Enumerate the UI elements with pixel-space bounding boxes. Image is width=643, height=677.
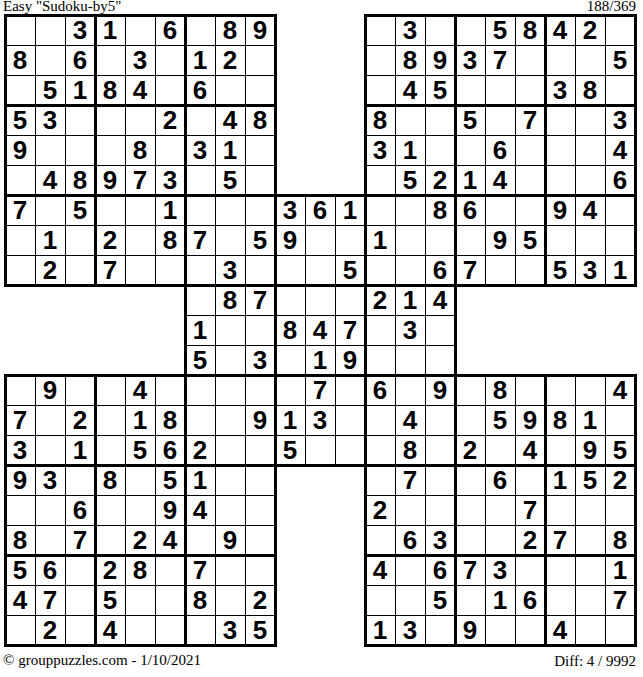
- cell-r5c7[interactable]: 3: [185, 135, 215, 165]
- cell-r12c7[interactable]: 5: [185, 345, 215, 375]
- cell-r7c18[interactable]: [515, 195, 545, 225]
- cell-r15c4[interactable]: [95, 435, 125, 465]
- cell-r17c3[interactable]: 6: [65, 495, 95, 525]
- cell-r8c14[interactable]: [395, 225, 425, 255]
- cell-r4c4[interactable]: [95, 105, 125, 135]
- cell-r15c18[interactable]: 4: [515, 435, 545, 465]
- cell-r13c9[interactable]: [245, 375, 275, 405]
- cell-r18c18[interactable]: 2: [515, 525, 545, 555]
- cell-r6c1[interactable]: [5, 165, 35, 195]
- cell-r7c9[interactable]: [245, 195, 275, 225]
- cell-r13c10[interactable]: [275, 375, 305, 405]
- cell-r1c15[interactable]: [425, 15, 455, 45]
- cell-r9c13[interactable]: [365, 255, 395, 285]
- cell-r14c12[interactable]: [335, 405, 365, 435]
- cell-r2c16[interactable]: 3: [455, 45, 485, 75]
- cell-r19c4[interactable]: 2: [95, 555, 125, 585]
- cell-r20c1[interactable]: 4: [5, 585, 35, 615]
- cell-r13c2[interactable]: 9: [35, 375, 65, 405]
- cell-r6c6[interactable]: 3: [155, 165, 185, 195]
- cell-r7c6[interactable]: 1: [155, 195, 185, 225]
- cell-r7c3[interactable]: 5: [65, 195, 95, 225]
- cell-r6c13[interactable]: [365, 165, 395, 195]
- cell-r2c5[interactable]: 3: [125, 45, 155, 75]
- cell-r19c16[interactable]: 7: [455, 555, 485, 585]
- cell-r19c1[interactable]: 5: [5, 555, 35, 585]
- cell-r12c11[interactable]: 1: [305, 345, 335, 375]
- cell-r3c5[interactable]: 4: [125, 75, 155, 105]
- cell-r19c17[interactable]: 3: [485, 555, 515, 585]
- cell-r7c16[interactable]: 6: [455, 195, 485, 225]
- cell-r20c9[interactable]: 2: [245, 585, 275, 615]
- cell-r18c9[interactable]: [245, 525, 275, 555]
- cell-r12c14[interactable]: [395, 345, 425, 375]
- cell-r18c19[interactable]: 7: [545, 525, 575, 555]
- cell-r13c6[interactable]: [155, 375, 185, 405]
- cell-r9c14[interactable]: [395, 255, 425, 285]
- cell-r5c6[interactable]: [155, 135, 185, 165]
- cell-r9c16[interactable]: 7: [455, 255, 485, 285]
- cell-r11c15[interactable]: [425, 315, 455, 345]
- cell-r3c17[interactable]: [485, 75, 515, 105]
- cell-r5c16[interactable]: [455, 135, 485, 165]
- cell-r20c18[interactable]: 6: [515, 585, 545, 615]
- cell-r15c14[interactable]: 8: [395, 435, 425, 465]
- cell-r18c1[interactable]: 8: [5, 525, 35, 555]
- cell-r6c19[interactable]: [545, 165, 575, 195]
- cell-r17c14[interactable]: [395, 495, 425, 525]
- cell-r3c4[interactable]: 8: [95, 75, 125, 105]
- cell-r16c13[interactable]: [365, 465, 395, 495]
- cell-r6c5[interactable]: 7: [125, 165, 155, 195]
- cell-r20c20[interactable]: [575, 585, 605, 615]
- cell-r16c14[interactable]: 7: [395, 465, 425, 495]
- cell-r5c17[interactable]: 6: [485, 135, 515, 165]
- cell-r20c21[interactable]: 7: [605, 585, 635, 615]
- cell-r19c3[interactable]: [65, 555, 95, 585]
- cell-r4c1[interactable]: 5: [5, 105, 35, 135]
- cell-r13c14[interactable]: [395, 375, 425, 405]
- cell-r3c18[interactable]: [515, 75, 545, 105]
- cell-r15c3[interactable]: 1: [65, 435, 95, 465]
- cell-r13c5[interactable]: 4: [125, 375, 155, 405]
- cell-r6c14[interactable]: 5: [395, 165, 425, 195]
- cell-r21c13[interactable]: 1: [365, 615, 395, 645]
- cell-r9c15[interactable]: 6: [425, 255, 455, 285]
- cell-r18c6[interactable]: 4: [155, 525, 185, 555]
- cell-r5c9[interactable]: [245, 135, 275, 165]
- cell-r16c6[interactable]: 5: [155, 465, 185, 495]
- cell-r9c2[interactable]: 2: [35, 255, 65, 285]
- cell-r10c14[interactable]: 1: [395, 285, 425, 315]
- cell-r9c10[interactable]: [275, 255, 305, 285]
- cell-r13c7[interactable]: [185, 375, 215, 405]
- cell-r5c4[interactable]: [95, 135, 125, 165]
- cell-r9c12[interactable]: 5: [335, 255, 365, 285]
- cell-r2c17[interactable]: 7: [485, 45, 515, 75]
- cell-r7c8[interactable]: [215, 195, 245, 225]
- cell-r21c3[interactable]: [65, 615, 95, 645]
- cell-r4c17[interactable]: [485, 105, 515, 135]
- cell-r7c13[interactable]: [365, 195, 395, 225]
- cell-r2c6[interactable]: [155, 45, 185, 75]
- cell-r4c9[interactable]: 8: [245, 105, 275, 135]
- cell-r14c7[interactable]: [185, 405, 215, 435]
- cell-r20c7[interactable]: 8: [185, 585, 215, 615]
- cell-r13c1[interactable]: [5, 375, 35, 405]
- cell-r15c15[interactable]: [425, 435, 455, 465]
- cell-r13c16[interactable]: [455, 375, 485, 405]
- cell-r13c15[interactable]: 9: [425, 375, 455, 405]
- cell-r8c3[interactable]: [65, 225, 95, 255]
- cell-r5c3[interactable]: [65, 135, 95, 165]
- cell-r9c3[interactable]: [65, 255, 95, 285]
- cell-r17c7[interactable]: 4: [185, 495, 215, 525]
- cell-r15c7[interactable]: 2: [185, 435, 215, 465]
- cell-r5c1[interactable]: 9: [5, 135, 35, 165]
- cell-r16c9[interactable]: [245, 465, 275, 495]
- cell-r15c21[interactable]: 5: [605, 435, 635, 465]
- cell-r2c20[interactable]: [575, 45, 605, 75]
- cell-r7c4[interactable]: [95, 195, 125, 225]
- cell-r18c21[interactable]: 8: [605, 525, 635, 555]
- cell-r11c11[interactable]: 4: [305, 315, 335, 345]
- cell-r8c11[interactable]: [305, 225, 335, 255]
- cell-r17c1[interactable]: [5, 495, 35, 525]
- cell-r5c14[interactable]: 1: [395, 135, 425, 165]
- cell-r20c8[interactable]: [215, 585, 245, 615]
- cell-r2c18[interactable]: [515, 45, 545, 75]
- cell-r10c11[interactable]: [305, 285, 335, 315]
- cell-r14c21[interactable]: [605, 405, 635, 435]
- cell-r2c19[interactable]: [545, 45, 575, 75]
- cell-r17c9[interactable]: [245, 495, 275, 525]
- cell-r11c8[interactable]: [215, 315, 245, 345]
- cell-r2c4[interactable]: [95, 45, 125, 75]
- cell-r1c19[interactable]: 4: [545, 15, 575, 45]
- cell-r1c18[interactable]: 8: [515, 15, 545, 45]
- cell-r12c12[interactable]: 9: [335, 345, 365, 375]
- cell-r11c14[interactable]: 3: [395, 315, 425, 345]
- cell-r3c2[interactable]: 5: [35, 75, 65, 105]
- cell-r4c16[interactable]: 5: [455, 105, 485, 135]
- cell-r5c18[interactable]: [515, 135, 545, 165]
- cell-r12c10[interactable]: [275, 345, 305, 375]
- cell-r21c2[interactable]: 2: [35, 615, 65, 645]
- cell-r14c13[interactable]: [365, 405, 395, 435]
- cell-r11c12[interactable]: 7: [335, 315, 365, 345]
- cell-r16c7[interactable]: 1: [185, 465, 215, 495]
- cell-r8c4[interactable]: 2: [95, 225, 125, 255]
- cell-r9c17[interactable]: [485, 255, 515, 285]
- cell-r6c16[interactable]: 1: [455, 165, 485, 195]
- cell-r8c19[interactable]: [545, 225, 575, 255]
- cell-r19c9[interactable]: [245, 555, 275, 585]
- cell-r8c15[interactable]: [425, 225, 455, 255]
- cell-r2c9[interactable]: [245, 45, 275, 75]
- cell-r5c2[interactable]: [35, 135, 65, 165]
- cell-r15c16[interactable]: 2: [455, 435, 485, 465]
- cell-r20c4[interactable]: 5: [95, 585, 125, 615]
- cell-r8c9[interactable]: 5: [245, 225, 275, 255]
- cell-r8c16[interactable]: [455, 225, 485, 255]
- cell-r9c7[interactable]: [185, 255, 215, 285]
- cell-r1c14[interactable]: 3: [395, 15, 425, 45]
- cell-r3c9[interactable]: [245, 75, 275, 105]
- cell-r12c8[interactable]: [215, 345, 245, 375]
- cell-r7c15[interactable]: 8: [425, 195, 455, 225]
- cell-r3c7[interactable]: 6: [185, 75, 215, 105]
- cell-r13c17[interactable]: 8: [485, 375, 515, 405]
- cell-r17c16[interactable]: [455, 495, 485, 525]
- cell-r15c1[interactable]: 3: [5, 435, 35, 465]
- cell-r15c2[interactable]: [35, 435, 65, 465]
- cell-r21c20[interactable]: [575, 615, 605, 645]
- cell-r8c7[interactable]: 7: [185, 225, 215, 255]
- cell-r7c7[interactable]: [185, 195, 215, 225]
- cell-r2c1[interactable]: 8: [5, 45, 35, 75]
- cell-r9c5[interactable]: [125, 255, 155, 285]
- cell-r14c19[interactable]: 8: [545, 405, 575, 435]
- cell-r2c13[interactable]: [365, 45, 395, 75]
- cell-r14c5[interactable]: 1: [125, 405, 155, 435]
- cell-r7c10[interactable]: 3: [275, 195, 305, 225]
- cell-r3c19[interactable]: 3: [545, 75, 575, 105]
- cell-r14c11[interactable]: 3: [305, 405, 335, 435]
- cell-r7c17[interactable]: [485, 195, 515, 225]
- cell-r14c20[interactable]: 1: [575, 405, 605, 435]
- cell-r6c7[interactable]: [185, 165, 215, 195]
- cell-r14c16[interactable]: [455, 405, 485, 435]
- cell-r3c3[interactable]: 1: [65, 75, 95, 105]
- cell-r1c13[interactable]: [365, 15, 395, 45]
- cell-r10c10[interactable]: [275, 285, 305, 315]
- cell-r9c9[interactable]: [245, 255, 275, 285]
- cell-r8c1[interactable]: [5, 225, 35, 255]
- cell-r12c9[interactable]: 3: [245, 345, 275, 375]
- cell-r13c3[interactable]: [65, 375, 95, 405]
- cell-r18c16[interactable]: [455, 525, 485, 555]
- cell-r20c5[interactable]: [125, 585, 155, 615]
- cell-r13c12[interactable]: [335, 375, 365, 405]
- cell-r19c15[interactable]: 6: [425, 555, 455, 585]
- cell-r3c1[interactable]: [5, 75, 35, 105]
- cell-r11c9[interactable]: [245, 315, 275, 345]
- cell-r14c14[interactable]: 4: [395, 405, 425, 435]
- cell-r1c21[interactable]: [605, 15, 635, 45]
- cell-r1c3[interactable]: 3: [65, 15, 95, 45]
- cell-r14c3[interactable]: 2: [65, 405, 95, 435]
- cell-r20c14[interactable]: [395, 585, 425, 615]
- cell-r6c17[interactable]: 4: [485, 165, 515, 195]
- cell-r15c6[interactable]: 6: [155, 435, 185, 465]
- cell-r17c2[interactable]: [35, 495, 65, 525]
- cell-r7c1[interactable]: 7: [5, 195, 35, 225]
- cell-r14c17[interactable]: 5: [485, 405, 515, 435]
- cell-r18c7[interactable]: [185, 525, 215, 555]
- cell-r14c10[interactable]: 1: [275, 405, 305, 435]
- cell-r8c17[interactable]: 9: [485, 225, 515, 255]
- cell-r19c18[interactable]: [515, 555, 545, 585]
- cell-r4c13[interactable]: 8: [365, 105, 395, 135]
- cell-r15c5[interactable]: 5: [125, 435, 155, 465]
- cell-r7c2[interactable]: [35, 195, 65, 225]
- cell-r18c15[interactable]: 3: [425, 525, 455, 555]
- cell-r6c4[interactable]: 9: [95, 165, 125, 195]
- cell-r3c8[interactable]: [215, 75, 245, 105]
- cell-r10c9[interactable]: 7: [245, 285, 275, 315]
- cell-r20c13[interactable]: [365, 585, 395, 615]
- cell-r21c16[interactable]: 9: [455, 615, 485, 645]
- cell-r9c6[interactable]: [155, 255, 185, 285]
- cell-r16c16[interactable]: [455, 465, 485, 495]
- cell-r15c8[interactable]: [215, 435, 245, 465]
- cell-r8c20[interactable]: [575, 225, 605, 255]
- cell-r18c17[interactable]: [485, 525, 515, 555]
- cell-r10c13[interactable]: 2: [365, 285, 395, 315]
- cell-r5c5[interactable]: 8: [125, 135, 155, 165]
- cell-r14c4[interactable]: [95, 405, 125, 435]
- cell-r21c14[interactable]: 3: [395, 615, 425, 645]
- cell-r3c13[interactable]: [365, 75, 395, 105]
- cell-r10c12[interactable]: [335, 285, 365, 315]
- cell-r6c20[interactable]: [575, 165, 605, 195]
- cell-r20c6[interactable]: [155, 585, 185, 615]
- cell-r5c21[interactable]: 4: [605, 135, 635, 165]
- cell-r9c8[interactable]: 3: [215, 255, 245, 285]
- cell-r18c8[interactable]: 9: [215, 525, 245, 555]
- cell-r21c19[interactable]: 4: [545, 615, 575, 645]
- cell-r8c6[interactable]: 8: [155, 225, 185, 255]
- cell-r14c8[interactable]: [215, 405, 245, 435]
- cell-r1c6[interactable]: 6: [155, 15, 185, 45]
- cell-r20c19[interactable]: [545, 585, 575, 615]
- cell-r4c21[interactable]: 3: [605, 105, 635, 135]
- cell-r1c17[interactable]: 5: [485, 15, 515, 45]
- cell-r6c15[interactable]: 2: [425, 165, 455, 195]
- cell-r17c15[interactable]: [425, 495, 455, 525]
- cell-r16c4[interactable]: 8: [95, 465, 125, 495]
- cell-r15c20[interactable]: 9: [575, 435, 605, 465]
- cell-r19c21[interactable]: 1: [605, 555, 635, 585]
- cell-r7c5[interactable]: [125, 195, 155, 225]
- cell-r10c15[interactable]: 4: [425, 285, 455, 315]
- cell-r12c13[interactable]: [365, 345, 395, 375]
- cell-r2c8[interactable]: 2: [215, 45, 245, 75]
- cell-r21c18[interactable]: [515, 615, 545, 645]
- cell-r1c8[interactable]: 8: [215, 15, 245, 45]
- cell-r13c19[interactable]: [545, 375, 575, 405]
- cell-r17c4[interactable]: [95, 495, 125, 525]
- cell-r14c2[interactable]: [35, 405, 65, 435]
- cell-r5c8[interactable]: 1: [215, 135, 245, 165]
- cell-r18c2[interactable]: [35, 525, 65, 555]
- cell-r9c11[interactable]: [305, 255, 335, 285]
- cell-r7c19[interactable]: 9: [545, 195, 575, 225]
- cell-r13c8[interactable]: [215, 375, 245, 405]
- cell-r18c3[interactable]: 7: [65, 525, 95, 555]
- cell-r14c9[interactable]: 9: [245, 405, 275, 435]
- cell-r11c10[interactable]: 8: [275, 315, 305, 345]
- cell-r7c21[interactable]: [605, 195, 635, 225]
- cell-r19c2[interactable]: 6: [35, 555, 65, 585]
- cell-r4c5[interactable]: [125, 105, 155, 135]
- cell-r1c1[interactable]: [5, 15, 35, 45]
- cell-r3c6[interactable]: [155, 75, 185, 105]
- cell-r20c3[interactable]: [65, 585, 95, 615]
- cell-r8c8[interactable]: [215, 225, 245, 255]
- cell-r16c3[interactable]: [65, 465, 95, 495]
- cell-r21c21[interactable]: [605, 615, 635, 645]
- cell-r17c13[interactable]: 2: [365, 495, 395, 525]
- cell-r19c7[interactable]: 7: [185, 555, 215, 585]
- cell-r19c20[interactable]: [575, 555, 605, 585]
- cell-r14c6[interactable]: 8: [155, 405, 185, 435]
- cell-r1c16[interactable]: [455, 15, 485, 45]
- cell-r2c2[interactable]: [35, 45, 65, 75]
- cell-r17c8[interactable]: [215, 495, 245, 525]
- cell-r4c6[interactable]: 2: [155, 105, 185, 135]
- cell-r1c9[interactable]: 9: [245, 15, 275, 45]
- cell-r6c2[interactable]: 4: [35, 165, 65, 195]
- cell-r8c12[interactable]: [335, 225, 365, 255]
- cell-r13c18[interactable]: [515, 375, 545, 405]
- cell-r1c5[interactable]: [125, 15, 155, 45]
- cell-r15c13[interactable]: [365, 435, 395, 465]
- cell-r6c9[interactable]: [245, 165, 275, 195]
- cell-r3c15[interactable]: 5: [425, 75, 455, 105]
- cell-r16c18[interactable]: [515, 465, 545, 495]
- cell-r21c9[interactable]: 5: [245, 615, 275, 645]
- cell-r2c14[interactable]: 8: [395, 45, 425, 75]
- cell-r21c1[interactable]: [5, 615, 35, 645]
- cell-r18c14[interactable]: 6: [395, 525, 425, 555]
- cell-r20c16[interactable]: [455, 585, 485, 615]
- cell-r15c17[interactable]: [485, 435, 515, 465]
- cell-r15c9[interactable]: [245, 435, 275, 465]
- cell-r16c15[interactable]: [425, 465, 455, 495]
- cell-r16c19[interactable]: 1: [545, 465, 575, 495]
- cell-r2c7[interactable]: 1: [185, 45, 215, 75]
- cell-r16c5[interactable]: [125, 465, 155, 495]
- cell-r3c21[interactable]: [605, 75, 635, 105]
- cell-r4c3[interactable]: [65, 105, 95, 135]
- cell-r1c4[interactable]: 1: [95, 15, 125, 45]
- cell-r9c20[interactable]: 3: [575, 255, 605, 285]
- cell-r19c13[interactable]: 4: [365, 555, 395, 585]
- cell-r17c17[interactable]: [485, 495, 515, 525]
- cell-r1c2[interactable]: [35, 15, 65, 45]
- cell-r4c15[interactable]: [425, 105, 455, 135]
- cell-r21c4[interactable]: 4: [95, 615, 125, 645]
- cell-r11c7[interactable]: 1: [185, 315, 215, 345]
- cell-r18c4[interactable]: [95, 525, 125, 555]
- cell-r12c15[interactable]: [425, 345, 455, 375]
- cell-r13c11[interactable]: 7: [305, 375, 335, 405]
- cell-r4c14[interactable]: [395, 105, 425, 135]
- cell-r8c13[interactable]: 1: [365, 225, 395, 255]
- cell-r18c20[interactable]: [575, 525, 605, 555]
- cell-r10c8[interactable]: 8: [215, 285, 245, 315]
- cell-r11c13[interactable]: [365, 315, 395, 345]
- cell-r15c10[interactable]: 5: [275, 435, 305, 465]
- cell-r21c6[interactable]: [155, 615, 185, 645]
- cell-r17c18[interactable]: 7: [515, 495, 545, 525]
- cell-r17c5[interactable]: [125, 495, 155, 525]
- cell-r9c19[interactable]: 5: [545, 255, 575, 285]
- cell-r7c12[interactable]: 1: [335, 195, 365, 225]
- cell-r5c20[interactable]: [575, 135, 605, 165]
